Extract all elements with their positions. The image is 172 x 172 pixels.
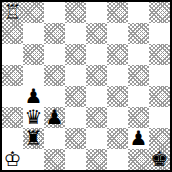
square-d5[interactable]	[65, 65, 86, 86]
square-e5[interactable]	[86, 65, 107, 86]
square-g1[interactable]	[128, 149, 149, 170]
square-b6[interactable]	[23, 44, 44, 65]
square-f5[interactable]	[107, 65, 128, 86]
square-f8[interactable]	[107, 2, 128, 23]
square-h3[interactable]	[149, 107, 170, 128]
square-a2[interactable]	[2, 128, 23, 149]
square-c6[interactable]	[44, 44, 65, 65]
square-f7[interactable]	[107, 23, 128, 44]
black-king-piece: ♚	[151, 149, 169, 170]
square-f2[interactable]	[107, 128, 128, 149]
square-h5[interactable]	[149, 65, 170, 86]
square-e1[interactable]	[86, 149, 107, 170]
square-d3[interactable]	[65, 107, 86, 128]
square-h7[interactable]	[149, 23, 170, 44]
square-c7[interactable]	[44, 23, 65, 44]
square-c5[interactable]	[44, 65, 65, 86]
square-e8[interactable]	[86, 2, 107, 23]
square-g2[interactable]: ♟	[128, 128, 149, 149]
square-b2[interactable]: ♜	[23, 128, 44, 149]
square-g6[interactable]	[128, 44, 149, 65]
square-h8[interactable]	[149, 2, 170, 23]
black-pawn-piece: ♟	[25, 86, 43, 107]
square-g7[interactable]	[128, 23, 149, 44]
square-g4[interactable]	[128, 86, 149, 107]
square-a5[interactable]	[2, 65, 23, 86]
white-rook-piece: ♖	[4, 2, 22, 23]
square-b4[interactable]: ♟	[23, 86, 44, 107]
square-a7[interactable]	[2, 23, 23, 44]
square-c2[interactable]	[44, 128, 65, 149]
square-d8[interactable]	[65, 2, 86, 23]
square-f4[interactable]	[107, 86, 128, 107]
square-e2[interactable]	[86, 128, 107, 149]
square-h4[interactable]	[149, 86, 170, 107]
square-c4[interactable]	[44, 86, 65, 107]
square-d1[interactable]	[65, 149, 86, 170]
square-a8[interactable]: ♖	[2, 2, 23, 23]
square-a1[interactable]: ♔	[2, 149, 23, 170]
square-a3[interactable]	[2, 107, 23, 128]
black-queen-piece: ♛	[25, 107, 43, 128]
square-g5[interactable]	[128, 65, 149, 86]
square-d2[interactable]	[65, 128, 86, 149]
square-c3[interactable]: ♟	[44, 107, 65, 128]
square-c1[interactable]	[44, 149, 65, 170]
square-b8[interactable]	[23, 2, 44, 23]
square-e4[interactable]	[86, 86, 107, 107]
black-rook-piece: ♜	[25, 128, 43, 149]
square-f3[interactable]	[107, 107, 128, 128]
square-f6[interactable]	[107, 44, 128, 65]
square-d6[interactable]	[65, 44, 86, 65]
square-a6[interactable]	[2, 44, 23, 65]
square-h2[interactable]	[149, 128, 170, 149]
square-b1[interactable]	[23, 149, 44, 170]
square-b5[interactable]	[23, 65, 44, 86]
square-d4[interactable]	[65, 86, 86, 107]
square-g8[interactable]	[128, 2, 149, 23]
square-b7[interactable]	[23, 23, 44, 44]
square-h6[interactable]	[149, 44, 170, 65]
square-b3[interactable]: ♛	[23, 107, 44, 128]
square-e6[interactable]	[86, 44, 107, 65]
black-pawn-piece: ♟	[130, 128, 148, 149]
square-d7[interactable]	[65, 23, 86, 44]
square-e3[interactable]	[86, 107, 107, 128]
square-g3[interactable]	[128, 107, 149, 128]
white-king-piece: ♔	[4, 149, 22, 170]
square-f1[interactable]	[107, 149, 128, 170]
square-c8[interactable]	[44, 2, 65, 23]
square-h1[interactable]: ♚	[149, 149, 170, 170]
square-e7[interactable]	[86, 23, 107, 44]
chess-board: ♖♟♛♟♜♟♔♚	[0, 0, 172, 172]
square-a4[interactable]	[2, 86, 23, 107]
black-pawn-piece: ♟	[46, 107, 64, 128]
